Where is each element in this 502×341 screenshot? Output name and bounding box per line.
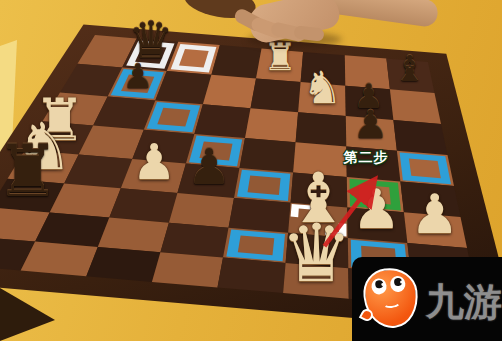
9game-mascot-icon — [361, 265, 422, 331]
tutorial-step-label: 第二步 — [344, 149, 389, 167]
9game-logo-text: 九游 — [426, 277, 502, 328]
mascot-eye — [389, 275, 406, 293]
mascot-smile — [382, 297, 401, 309]
mascot-tail — [359, 307, 375, 323]
9game-watermark: 九游 — [352, 257, 502, 341]
mascot-eye — [371, 278, 388, 296]
chess-scene: ♛♜♝♟♞♟♟♜♞♟♟♜♝♟♟♛ 第二步 九游 — [0, 0, 502, 341]
